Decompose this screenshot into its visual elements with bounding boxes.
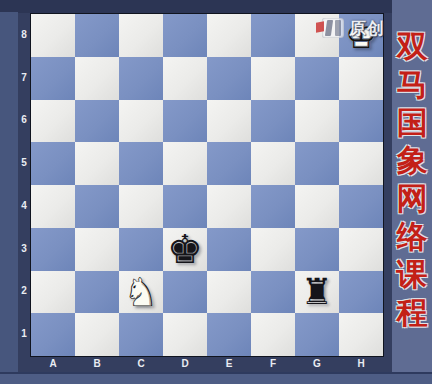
square-e7[interactable] — [207, 57, 251, 100]
square-b7[interactable] — [75, 57, 119, 100]
square-a5[interactable] — [31, 142, 75, 185]
square-d1[interactable] — [163, 313, 207, 356]
course-title-banner: 双马国象网络课程 — [392, 31, 432, 328]
square-g7[interactable] — [295, 57, 339, 100]
square-h7[interactable] — [339, 57, 383, 100]
square-b3[interactable] — [75, 228, 119, 271]
square-b4[interactable] — [75, 185, 119, 228]
square-b1[interactable] — [75, 313, 119, 356]
rank-label-2: 2 — [18, 270, 30, 313]
square-d6[interactable] — [163, 100, 207, 143]
square-c8[interactable] — [119, 14, 163, 57]
square-g1[interactable] — [295, 313, 339, 356]
square-g4[interactable] — [295, 185, 339, 228]
square-h1[interactable] — [339, 313, 383, 356]
banner-char-5: 网 — [397, 183, 428, 214]
square-e2[interactable] — [207, 271, 251, 314]
square-d3[interactable]: ♚ — [163, 228, 207, 271]
square-a8[interactable] — [31, 14, 75, 57]
rank-label-7: 7 — [18, 56, 30, 99]
square-f5[interactable] — [251, 142, 295, 185]
square-d5[interactable] — [163, 142, 207, 185]
watermark: 原创 — [316, 13, 394, 43]
square-b2[interactable] — [75, 271, 119, 314]
square-g3[interactable] — [295, 228, 339, 271]
square-a4[interactable] — [31, 185, 75, 228]
square-a6[interactable] — [31, 100, 75, 143]
banner-char-1: 双 — [397, 31, 428, 62]
square-a1[interactable] — [31, 313, 75, 356]
watermark-label: 原创 — [349, 17, 385, 40]
rank-label-3: 3 — [18, 227, 30, 270]
top-bar — [0, 0, 392, 13]
square-d2[interactable] — [163, 271, 207, 314]
square-g2[interactable]: ♜ — [295, 271, 339, 314]
rank-label-6: 6 — [18, 99, 30, 142]
window-bottom-edge — [0, 372, 432, 384]
square-d4[interactable] — [163, 185, 207, 228]
square-e5[interactable] — [207, 142, 251, 185]
file-label-b: B — [75, 356, 119, 371]
square-g6[interactable] — [295, 100, 339, 143]
square-c3[interactable] — [119, 228, 163, 271]
square-f2[interactable] — [251, 271, 295, 314]
square-h2[interactable] — [339, 271, 383, 314]
square-f1[interactable] — [251, 313, 295, 356]
black-rook: ♜ — [295, 271, 339, 313]
rank-labels: 87654321 — [18, 13, 30, 355]
square-c5[interactable] — [119, 142, 163, 185]
square-c7[interactable] — [119, 57, 163, 100]
square-c4[interactable] — [119, 185, 163, 228]
square-c6[interactable] — [119, 100, 163, 143]
square-b6[interactable] — [75, 100, 119, 143]
file-label-c: C — [119, 356, 163, 371]
square-b8[interactable] — [75, 14, 119, 57]
outer-background-left — [0, 12, 18, 372]
square-d7[interactable] — [163, 57, 207, 100]
file-label-d: D — [163, 356, 207, 371]
square-c1[interactable] — [119, 313, 163, 356]
banner-char-4: 象 — [397, 145, 428, 176]
banner-char-7: 课 — [397, 259, 428, 290]
square-h4[interactable] — [339, 185, 383, 228]
square-e3[interactable] — [207, 228, 251, 271]
rank-label-5: 5 — [18, 141, 30, 184]
banner-char-3: 国 — [397, 107, 428, 138]
square-f7[interactable] — [251, 57, 295, 100]
square-a7[interactable] — [31, 57, 75, 100]
white-knight: ♞♘ — [119, 271, 163, 313]
chess-course-screenshot: ♚♔♚♞♘♜ 87654321 ABCDEFGH 双马国象网络课程 原创 — [0, 0, 432, 384]
board: ♚♔♚♞♘♜ — [30, 13, 384, 357]
rank-label-8: 8 — [18, 13, 30, 56]
rank-label-1: 1 — [18, 312, 30, 355]
square-a2[interactable] — [31, 271, 75, 314]
square-f3[interactable] — [251, 228, 295, 271]
banner-char-8: 程 — [397, 297, 428, 328]
square-d8[interactable] — [163, 14, 207, 57]
file-label-e: E — [207, 356, 251, 371]
file-label-g: G — [295, 356, 339, 371]
banner-char-6: 络 — [397, 221, 428, 252]
square-f4[interactable] — [251, 185, 295, 228]
square-c2[interactable]: ♞♘ — [119, 271, 163, 314]
square-a3[interactable] — [31, 228, 75, 271]
square-f8[interactable] — [251, 14, 295, 57]
square-f6[interactable] — [251, 100, 295, 143]
file-label-h: H — [339, 356, 383, 371]
square-e1[interactable] — [207, 313, 251, 356]
file-label-f: F — [251, 356, 295, 371]
file-label-a: A — [31, 356, 75, 371]
square-h6[interactable] — [339, 100, 383, 143]
square-h5[interactable] — [339, 142, 383, 185]
square-e6[interactable] — [207, 100, 251, 143]
square-b5[interactable] — [75, 142, 119, 185]
rank-label-4: 4 — [18, 184, 30, 227]
file-labels: ABCDEFGH — [31, 356, 383, 371]
square-e8[interactable] — [207, 14, 251, 57]
square-h3[interactable] — [339, 228, 383, 271]
square-e4[interactable] — [207, 185, 251, 228]
square-g5[interactable] — [295, 142, 339, 185]
banner-char-2: 马 — [397, 69, 428, 100]
logo-book-icon — [316, 16, 346, 40]
black-king: ♚ — [163, 228, 207, 270]
